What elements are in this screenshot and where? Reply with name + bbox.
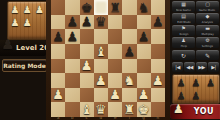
file-label-c: c <box>80 116 94 120</box>
square-g3[interactable] <box>137 73 151 88</box>
step-forward-button[interactable]: ▶▶ <box>196 62 207 72</box>
step-forward-button-glyph: ▶▶ <box>198 65 205 70</box>
square-a4[interactable] <box>51 59 65 74</box>
square-a8[interactable] <box>51 0 65 15</box>
multiplay-button[interactable]: ▬Multiplay <box>196 25 219 36</box>
mode-label: Rating Mode <box>3 62 46 69</box>
hint-button[interactable]: ✎ <box>196 50 219 60</box>
square-c6[interactable] <box>80 29 94 44</box>
captured-white-piece: ♟ <box>23 3 32 16</box>
resign-label: Resign <box>179 32 188 34</box>
square-g4[interactable] <box>137 59 151 74</box>
square-h3[interactable]: ♟ <box>151 73 165 88</box>
file-label-e: e <box>108 116 122 120</box>
square-f4[interactable] <box>122 59 136 74</box>
action-button-row: ↻✎ <box>172 50 219 60</box>
board-squares: ♚♜♞♟♟♛♟♟♟♟♝♟♟♟♞♟♟♟♟♝♛♜♚ <box>51 0 165 117</box>
square-f7[interactable] <box>122 15 136 30</box>
black-rook[interactable]: ♜ <box>108 1 122 15</box>
square-a2[interactable]: ♟ <box>51 88 65 103</box>
player-info-bar: ♟ YOU <box>170 104 220 119</box>
black-pawn-icon: ♟ <box>2 37 14 52</box>
help-label: Help <box>180 44 186 46</box>
edit-mode-label: Edit Mode <box>177 20 190 22</box>
square-c4[interactable]: ♟ <box>80 59 94 74</box>
captured-black-piece: ♟ <box>206 76 215 89</box>
hint-icon: ✎ <box>205 53 210 59</box>
black-pawn[interactable]: ♟ <box>65 30 79 44</box>
square-e7[interactable] <box>108 15 122 30</box>
square-g5[interactable] <box>137 44 151 59</box>
square-f2[interactable] <box>122 88 136 103</box>
square-h8[interactable] <box>151 0 165 15</box>
square-a5[interactable] <box>51 44 65 59</box>
square-e6[interactable] <box>108 29 122 44</box>
square-g2[interactable]: ♟ <box>137 88 151 103</box>
square-e3[interactable] <box>108 73 122 88</box>
settings-icon: ⚙ <box>205 38 209 43</box>
menu-button-grid: ▦New Game▢Game Mode▤Edit Mode◆Analysis⚑R… <box>172 1 219 48</box>
white-pawn-icon: ♟ <box>173 102 184 116</box>
resign-button[interactable]: ⚑Resign <box>172 25 195 36</box>
file-label-b: b <box>65 116 79 120</box>
new-game-button[interactable]: ▦New Game <box>172 1 195 12</box>
square-f3[interactable]: ♞ <box>122 73 136 88</box>
captured-white-piece: ♟ <box>11 16 20 29</box>
captured-black-piece: ♟ <box>177 89 186 102</box>
black-pawn[interactable]: ♟ <box>122 45 136 59</box>
white-pawn[interactable]: ♟ <box>80 59 94 73</box>
square-h6[interactable] <box>151 29 165 44</box>
black-pawn[interactable]: ♟ <box>137 30 151 44</box>
white-knight[interactable]: ♞ <box>122 74 136 88</box>
white-pawn[interactable]: ♟ <box>151 74 165 88</box>
square-a6[interactable]: ♟ <box>51 29 65 44</box>
square-b4[interactable] <box>65 59 79 74</box>
captured-white-piece: ♟ <box>11 3 20 16</box>
file-label-d: d <box>94 116 108 120</box>
captured-white-tray: ♟♟♟♟♟ <box>7 1 48 40</box>
game-mode-icon: ▢ <box>205 2 210 7</box>
square-d4[interactable] <box>94 59 108 74</box>
square-b5[interactable] <box>65 44 79 59</box>
help-button[interactable]: ♟Help <box>172 37 195 48</box>
square-f6[interactable] <box>122 29 136 44</box>
opponent-info-bar: ♟ Level 20 <box>0 40 46 56</box>
go-first-move-button[interactable]: |◀ <box>172 62 183 72</box>
black-queen[interactable]: ♛ <box>94 15 108 29</box>
square-d3[interactable]: ♟ <box>94 73 108 88</box>
captured-black-piece: ♟ <box>192 76 201 89</box>
game-mode-label: Game Mode <box>199 8 215 10</box>
player-label: YOU <box>194 107 214 116</box>
analysis-button[interactable]: ◆Analysis <box>196 13 219 24</box>
go-last-move-button-glyph: ▶| <box>211 65 216 70</box>
chess-app-window: ♟♟♟♟♟ ♟ Level 20 Rating Mode ♚♜♞♟♟♛♟♟♟♟♝… <box>0 0 220 120</box>
edit-mode-button[interactable]: ▤Edit Mode <box>172 13 195 24</box>
settings-button[interactable]: ⚙Settings <box>196 37 219 48</box>
captured-black-piece: ♟ <box>192 89 201 102</box>
square-e5[interactable] <box>108 44 122 59</box>
left-captured-tray: ♟♟♟♟♟ <box>9 3 46 29</box>
square-f8[interactable] <box>122 0 136 15</box>
step-back-button[interactable]: ◀◀ <box>184 62 195 72</box>
black-knight[interactable]: ♞ <box>137 1 151 15</box>
file-label-a: a <box>51 116 65 120</box>
step-back-button-glyph: ◀◀ <box>186 65 193 70</box>
white-pawn[interactable]: ♟ <box>108 88 122 102</box>
multiplay-icon: ▬ <box>205 26 210 31</box>
square-a7[interactable] <box>51 15 65 30</box>
mode-plaque: Rating Mode <box>2 59 47 72</box>
square-d7[interactable]: ♛ <box>94 15 108 30</box>
undo-button[interactable]: ↻ <box>172 50 195 60</box>
edit-mode-icon: ▤ <box>181 14 186 19</box>
square-c5[interactable] <box>80 44 94 59</box>
file-label-f: f <box>122 116 136 120</box>
white-bishop[interactable]: ♝ <box>94 45 108 59</box>
go-first-move-button-glyph: |◀ <box>175 65 180 70</box>
new-game-icon: ▦ <box>181 2 186 7</box>
square-b6[interactable]: ♟ <box>65 29 79 44</box>
board-frame: ♚♜♞♟♟♛♟♟♟♟♝♟♟♟♞♟♟♟♟♝♛♜♚ abcdefgh <box>46 0 170 120</box>
square-d2[interactable] <box>94 88 108 103</box>
analysis-icon: ◆ <box>206 14 210 19</box>
right-captured-tray: ♟♟♟♟♟ <box>174 76 218 102</box>
square-d8[interactable] <box>94 0 108 15</box>
black-pawn[interactable]: ♟ <box>65 15 79 29</box>
white-pawn[interactable]: ♟ <box>94 74 108 88</box>
square-f5[interactable]: ♟ <box>122 44 136 59</box>
captured-black-tray: ♟♟♟♟♟ <box>172 74 220 104</box>
square-b3[interactable] <box>65 73 79 88</box>
square-e4[interactable] <box>108 59 122 74</box>
resign-icon: ⚑ <box>181 26 185 31</box>
opponent-level-label: Level 20 <box>16 44 49 52</box>
square-g6[interactable]: ♟ <box>137 29 151 44</box>
game-mode-button[interactable]: ▢Game Mode <box>196 1 219 12</box>
file-label-h: h <box>151 116 165 120</box>
analysis-label: Analysis <box>202 20 213 22</box>
file-label-g: g <box>137 116 151 120</box>
square-h2[interactable] <box>151 88 165 103</box>
square-g8[interactable]: ♞ <box>137 0 151 15</box>
file-labels: abcdefgh <box>51 116 165 120</box>
square-c3[interactable] <box>80 73 94 88</box>
go-last-move-button[interactable]: ▶| <box>208 62 219 72</box>
square-d6[interactable] <box>94 29 108 44</box>
square-h7[interactable]: ♟ <box>151 15 165 30</box>
media-button-row: |◀◀◀▶▶▶| <box>172 62 219 72</box>
square-e8[interactable]: ♜ <box>108 0 122 15</box>
captured-white-piece: ♟ <box>35 3 44 16</box>
square-d5[interactable]: ♝ <box>94 44 108 59</box>
square-b2[interactable] <box>65 88 79 103</box>
captured-white-piece: ♟ <box>23 16 32 29</box>
new-game-label: New Game <box>176 8 191 10</box>
help-icon: ♟ <box>181 38 185 43</box>
square-c7[interactable]: ♟ <box>80 15 94 30</box>
black-king[interactable]: ♚ <box>80 1 94 15</box>
square-e2[interactable]: ♟ <box>108 88 122 103</box>
black-pawn[interactable]: ♟ <box>151 15 165 29</box>
square-c8[interactable]: ♚ <box>80 0 94 15</box>
square-b8[interactable] <box>65 0 79 15</box>
square-c2[interactable] <box>80 88 94 103</box>
white-pawn[interactable]: ♟ <box>137 88 151 102</box>
undo-icon: ↻ <box>181 53 186 59</box>
square-h4[interactable] <box>151 59 165 74</box>
square-g7[interactable] <box>137 15 151 30</box>
white-pawn[interactable]: ♟ <box>51 88 65 102</box>
black-pawn[interactable]: ♟ <box>51 30 65 44</box>
captured-black-piece: ♟ <box>177 76 186 89</box>
square-a3[interactable] <box>51 73 65 88</box>
multiplay-label: Multiplay <box>201 32 213 34</box>
square-h5[interactable] <box>151 44 165 59</box>
square-b7[interactable]: ♟ <box>65 15 79 30</box>
settings-label: Settings <box>202 44 213 46</box>
black-pawn[interactable]: ♟ <box>80 15 94 29</box>
